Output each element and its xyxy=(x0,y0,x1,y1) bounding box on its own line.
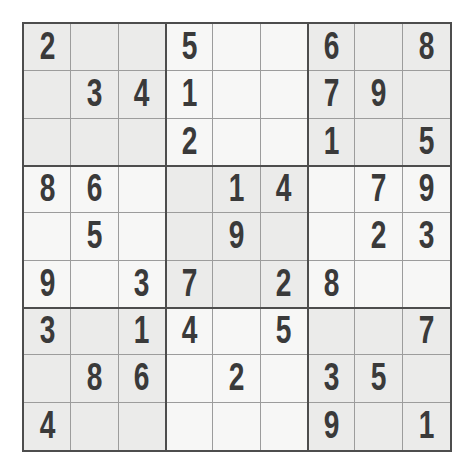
cell-r1c4: 5 xyxy=(166,24,213,71)
cell-r5c5: 9 xyxy=(213,213,260,260)
cell-r6c2[interactable] xyxy=(71,261,118,308)
given-digit: 4 xyxy=(134,74,150,114)
cell-r9c3[interactable] xyxy=(119,403,166,450)
cell-r9c1: 4 xyxy=(24,403,71,450)
cell-r6c4: 7 xyxy=(166,261,213,308)
cell-r3c7: 1 xyxy=(308,119,355,166)
cell-r3c2[interactable] xyxy=(71,119,118,166)
cell-r3c5[interactable] xyxy=(213,119,260,166)
cell-r3c4: 2 xyxy=(166,119,213,166)
cell-r9c8[interactable] xyxy=(355,403,402,450)
cell-r7c4: 4 xyxy=(166,308,213,355)
cell-r9c4[interactable] xyxy=(166,403,213,450)
cell-r1c8[interactable] xyxy=(355,24,402,71)
cell-r2c9[interactable] xyxy=(403,71,450,118)
given-digit: 2 xyxy=(371,216,387,256)
given-digit: 3 xyxy=(323,358,339,398)
cell-r2c8: 9 xyxy=(355,71,402,118)
cell-r6c6: 2 xyxy=(261,261,308,308)
cell-r5c7[interactable] xyxy=(308,213,355,260)
cell-r2c6[interactable] xyxy=(261,71,308,118)
cell-r6c1: 9 xyxy=(24,261,71,308)
cell-r2c5[interactable] xyxy=(213,71,260,118)
cell-r3c3[interactable] xyxy=(119,119,166,166)
given-digit: 1 xyxy=(134,311,150,351)
given-digit: 1 xyxy=(323,122,339,162)
cell-r4c9: 9 xyxy=(403,166,450,213)
cell-r2c1[interactable] xyxy=(24,71,71,118)
given-digit: 1 xyxy=(229,169,245,209)
cell-r7c1: 3 xyxy=(24,308,71,355)
cell-r7c5[interactable] xyxy=(213,308,260,355)
cell-r1c3[interactable] xyxy=(119,24,166,71)
given-digit: 4 xyxy=(39,406,55,446)
cell-r4c4[interactable] xyxy=(166,166,213,213)
cell-r9c9: 1 xyxy=(403,403,450,450)
cell-r8c5: 2 xyxy=(213,355,260,402)
cell-r8c2: 8 xyxy=(71,355,118,402)
given-digit: 6 xyxy=(134,358,150,398)
cell-r1c1: 2 xyxy=(24,24,71,71)
given-digit: 5 xyxy=(276,311,292,351)
given-digit: 7 xyxy=(323,74,339,114)
cell-r5c3[interactable] xyxy=(119,213,166,260)
given-digit: 7 xyxy=(371,169,387,209)
given-digit: 8 xyxy=(39,169,55,209)
cell-r2c4: 1 xyxy=(166,71,213,118)
cell-r4c5: 1 xyxy=(213,166,260,213)
sudoku-board: 2568341792158614795923937283145786235491 xyxy=(22,22,452,452)
cell-r1c7: 6 xyxy=(308,24,355,71)
given-digit: 7 xyxy=(181,264,197,304)
given-digit: 6 xyxy=(323,27,339,67)
given-digit: 9 xyxy=(371,74,387,114)
given-digit: 8 xyxy=(87,358,103,398)
given-digit: 3 xyxy=(87,74,103,114)
cell-r3c9: 5 xyxy=(403,119,450,166)
cell-r9c7: 9 xyxy=(308,403,355,450)
sudoku-page: 2568341792158614795923937283145786235491 xyxy=(0,0,474,474)
given-digit: 3 xyxy=(134,264,150,304)
cell-r9c2[interactable] xyxy=(71,403,118,450)
cell-r8c6[interactable] xyxy=(261,355,308,402)
cell-r7c2[interactable] xyxy=(71,308,118,355)
given-digit: 4 xyxy=(276,169,292,209)
cell-r1c6[interactable] xyxy=(261,24,308,71)
cell-r7c7[interactable] xyxy=(308,308,355,355)
cell-r5c2: 5 xyxy=(71,213,118,260)
cell-r8c8: 5 xyxy=(355,355,402,402)
given-digit: 9 xyxy=(418,169,434,209)
cell-r5c4[interactable] xyxy=(166,213,213,260)
cell-r7c6: 5 xyxy=(261,308,308,355)
cell-r5c9: 3 xyxy=(403,213,450,260)
cell-r1c5[interactable] xyxy=(213,24,260,71)
given-digit: 8 xyxy=(418,27,434,67)
given-digit: 2 xyxy=(276,264,292,304)
cell-r8c9[interactable] xyxy=(403,355,450,402)
cell-r4c3[interactable] xyxy=(119,166,166,213)
cell-r7c8[interactable] xyxy=(355,308,402,355)
cell-r2c7: 7 xyxy=(308,71,355,118)
cell-r4c1: 8 xyxy=(24,166,71,213)
cell-r3c1[interactable] xyxy=(24,119,71,166)
cell-r8c7: 3 xyxy=(308,355,355,402)
given-digit: 2 xyxy=(181,122,197,162)
cell-r5c1[interactable] xyxy=(24,213,71,260)
cell-r9c5[interactable] xyxy=(213,403,260,450)
cell-r8c3: 6 xyxy=(119,355,166,402)
cell-r2c3: 4 xyxy=(119,71,166,118)
cell-r6c3: 3 xyxy=(119,261,166,308)
cell-r4c2: 6 xyxy=(71,166,118,213)
cell-r6c9[interactable] xyxy=(403,261,450,308)
cell-r3c8[interactable] xyxy=(355,119,402,166)
given-digit: 1 xyxy=(418,406,434,446)
cell-r7c3: 1 xyxy=(119,308,166,355)
cell-r9c6[interactable] xyxy=(261,403,308,450)
given-digit: 5 xyxy=(371,358,387,398)
cell-r4c8: 7 xyxy=(355,166,402,213)
cell-r4c6: 4 xyxy=(261,166,308,213)
cell-r8c4[interactable] xyxy=(166,355,213,402)
cell-r1c2[interactable] xyxy=(71,24,118,71)
given-digit: 1 xyxy=(181,74,197,114)
given-digit: 5 xyxy=(87,216,103,256)
cell-r6c5[interactable] xyxy=(213,261,260,308)
given-digit: 6 xyxy=(87,169,103,209)
given-digit: 8 xyxy=(323,264,339,304)
cell-r8c1[interactable] xyxy=(24,355,71,402)
given-digit: 3 xyxy=(39,311,55,351)
given-digit: 9 xyxy=(323,406,339,446)
given-digit: 4 xyxy=(181,311,197,351)
cell-r3c6[interactable] xyxy=(261,119,308,166)
cell-r5c8: 2 xyxy=(355,213,402,260)
cell-r6c8[interactable] xyxy=(355,261,402,308)
given-digit: 2 xyxy=(229,358,245,398)
given-digit: 2 xyxy=(39,27,55,67)
given-digit: 5 xyxy=(181,27,197,67)
given-digit: 9 xyxy=(229,216,245,256)
cell-r4c7[interactable] xyxy=(308,166,355,213)
given-digit: 5 xyxy=(418,122,434,162)
cell-r7c9: 7 xyxy=(403,308,450,355)
given-digit: 7 xyxy=(418,311,434,351)
given-digit: 3 xyxy=(418,216,434,256)
cell-r6c7: 8 xyxy=(308,261,355,308)
cell-r2c2: 3 xyxy=(71,71,118,118)
given-digit: 9 xyxy=(39,264,55,304)
cell-r1c9: 8 xyxy=(403,24,450,71)
cell-r5c6[interactable] xyxy=(261,213,308,260)
